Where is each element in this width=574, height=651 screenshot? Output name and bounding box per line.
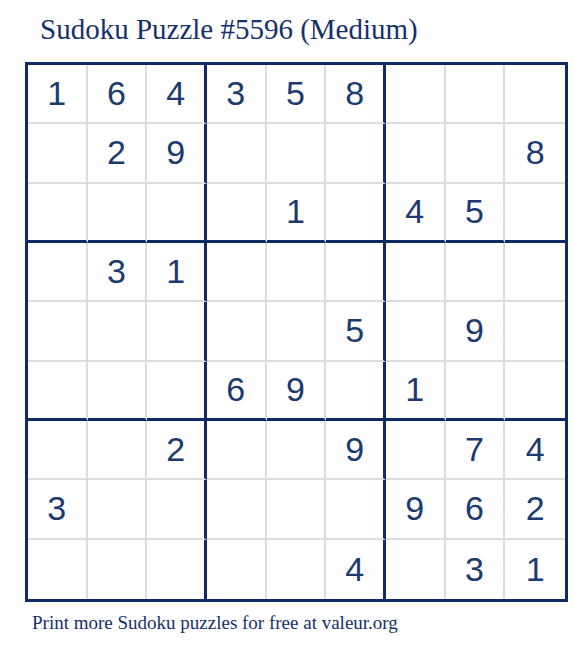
sudoku-cell-r6c4: 6 bbox=[207, 362, 267, 421]
sudoku-cell-r4c4 bbox=[207, 243, 267, 302]
sudoku-cell-r2c8 bbox=[446, 124, 506, 183]
sudoku-cell-r9c1 bbox=[28, 540, 88, 599]
sudoku-cell-r3c2 bbox=[88, 184, 148, 243]
sudoku-cell-r8c1: 3 bbox=[28, 480, 88, 539]
sudoku-cell-r1c9 bbox=[505, 65, 565, 124]
sudoku-cell-r7c9: 4 bbox=[505, 421, 565, 480]
sudoku-cell-r8c7: 9 bbox=[386, 480, 446, 539]
sudoku-cell-r7c1 bbox=[28, 421, 88, 480]
sudoku-cell-r4c8 bbox=[446, 243, 506, 302]
sudoku-cell-r6c5: 9 bbox=[267, 362, 327, 421]
sudoku-cell-r7c7 bbox=[386, 421, 446, 480]
sudoku-cell-r1c8 bbox=[446, 65, 506, 124]
sudoku-cell-r9c4 bbox=[207, 540, 267, 599]
sudoku-cell-r2c6 bbox=[326, 124, 386, 183]
sudoku-cell-r5c6: 5 bbox=[326, 302, 386, 361]
sudoku-cell-r5c5 bbox=[267, 302, 327, 361]
sudoku-cell-r6c2 bbox=[88, 362, 148, 421]
sudoku-cell-r8c3 bbox=[147, 480, 207, 539]
sudoku-cell-r8c9: 2 bbox=[505, 480, 565, 539]
sudoku-cell-r5c4 bbox=[207, 302, 267, 361]
sudoku-cell-r6c3 bbox=[147, 362, 207, 421]
sudoku-cell-r7c4 bbox=[207, 421, 267, 480]
sudoku-cell-r8c4 bbox=[207, 480, 267, 539]
sudoku-cell-r9c9: 1 bbox=[505, 540, 565, 599]
sudoku-cell-r5c2 bbox=[88, 302, 148, 361]
sudoku-cell-r6c8 bbox=[446, 362, 506, 421]
sudoku-cell-r3c3 bbox=[147, 184, 207, 243]
sudoku-cell-r9c5 bbox=[267, 540, 327, 599]
sudoku-cell-r3c6 bbox=[326, 184, 386, 243]
sudoku-cell-r4c2: 3 bbox=[88, 243, 148, 302]
sudoku-cell-r4c1 bbox=[28, 243, 88, 302]
sudoku-page: Sudoku Puzzle #5596 (Medium) 16435829814… bbox=[0, 0, 574, 651]
sudoku-cell-r7c3: 2 bbox=[147, 421, 207, 480]
sudoku-cell-r7c6: 9 bbox=[326, 421, 386, 480]
sudoku-cell-r5c1 bbox=[28, 302, 88, 361]
sudoku-cell-r8c5 bbox=[267, 480, 327, 539]
sudoku-cell-r7c8: 7 bbox=[446, 421, 506, 480]
sudoku-cell-r6c1 bbox=[28, 362, 88, 421]
sudoku-cell-r1c4: 3 bbox=[207, 65, 267, 124]
sudoku-cell-r4c3: 1 bbox=[147, 243, 207, 302]
sudoku-cell-r1c3: 4 bbox=[147, 65, 207, 124]
sudoku-cell-r9c7 bbox=[386, 540, 446, 599]
sudoku-cell-r5c7 bbox=[386, 302, 446, 361]
sudoku-cell-r8c6 bbox=[326, 480, 386, 539]
puzzle-title: Sudoku Puzzle #5596 (Medium) bbox=[40, 12, 418, 47]
sudoku-cell-r3c1 bbox=[28, 184, 88, 243]
sudoku-cell-r4c5 bbox=[267, 243, 327, 302]
footer-text: Print more Sudoku puzzles for free at va… bbox=[32, 612, 398, 634]
sudoku-cell-r5c3 bbox=[147, 302, 207, 361]
sudoku-cell-r4c9 bbox=[505, 243, 565, 302]
sudoku-cell-r1c6: 8 bbox=[326, 65, 386, 124]
sudoku-cell-r1c1: 1 bbox=[28, 65, 88, 124]
sudoku-cell-r3c5: 1 bbox=[267, 184, 327, 243]
sudoku-cell-r6c7: 1 bbox=[386, 362, 446, 421]
sudoku-cell-r3c7: 4 bbox=[386, 184, 446, 243]
sudoku-grid: 164358298145315969129743962431 bbox=[25, 62, 568, 602]
sudoku-cell-r3c8: 5 bbox=[446, 184, 506, 243]
sudoku-cell-r9c6: 4 bbox=[326, 540, 386, 599]
sudoku-cell-r9c2 bbox=[88, 540, 148, 599]
sudoku-cell-r1c7 bbox=[386, 65, 446, 124]
sudoku-cell-r5c9 bbox=[505, 302, 565, 361]
sudoku-cell-r1c5: 5 bbox=[267, 65, 327, 124]
sudoku-cell-r2c7 bbox=[386, 124, 446, 183]
sudoku-cell-r6c9 bbox=[505, 362, 565, 421]
sudoku-cell-r3c9 bbox=[505, 184, 565, 243]
sudoku-cell-r2c2: 2 bbox=[88, 124, 148, 183]
sudoku-cell-r4c6 bbox=[326, 243, 386, 302]
sudoku-cell-r6c6 bbox=[326, 362, 386, 421]
sudoku-cell-r3c4 bbox=[207, 184, 267, 243]
sudoku-cell-r2c5 bbox=[267, 124, 327, 183]
sudoku-cell-r2c3: 9 bbox=[147, 124, 207, 183]
sudoku-cell-r9c8: 3 bbox=[446, 540, 506, 599]
sudoku-cell-r8c8: 6 bbox=[446, 480, 506, 539]
sudoku-cell-r4c7 bbox=[386, 243, 446, 302]
sudoku-cell-r1c2: 6 bbox=[88, 65, 148, 124]
sudoku-cell-r7c5 bbox=[267, 421, 327, 480]
sudoku-cell-r8c2 bbox=[88, 480, 148, 539]
sudoku-cell-r7c2 bbox=[88, 421, 148, 480]
sudoku-cell-r5c8: 9 bbox=[446, 302, 506, 361]
sudoku-cell-r2c1 bbox=[28, 124, 88, 183]
sudoku-cell-r2c4 bbox=[207, 124, 267, 183]
sudoku-cell-r2c9: 8 bbox=[505, 124, 565, 183]
sudoku-cell-r9c3 bbox=[147, 540, 207, 599]
